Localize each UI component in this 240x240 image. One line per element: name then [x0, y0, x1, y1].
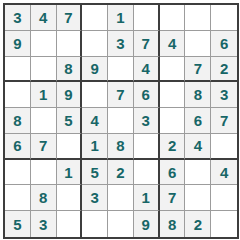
sudoku-cell-r6c4[interactable]: 1	[82, 134, 108, 160]
sudoku-cell-r3c2[interactable]	[31, 57, 57, 83]
sudoku-cell-r3c4[interactable]: 9	[82, 57, 108, 83]
sudoku-cell-r4c2[interactable]: 1	[31, 82, 57, 108]
sudoku-cell-r1c5[interactable]: 1	[108, 5, 134, 31]
sudoku-cell-r1c2[interactable]: 4	[31, 5, 57, 31]
sudoku-cell-r5c9[interactable]: 7	[211, 108, 237, 134]
sudoku-cell-r7c5[interactable]: 2	[108, 160, 134, 186]
sudoku-cell-r6c3[interactable]	[57, 134, 83, 160]
sudoku-cell-r4c9[interactable]: 3	[211, 82, 237, 108]
sudoku-cell-r6c7[interactable]: 2	[160, 134, 186, 160]
sudoku-cell-r2c4[interactable]	[82, 31, 108, 57]
sudoku-cell-r7c7[interactable]: 6	[160, 160, 186, 186]
sudoku-cell-r5c3[interactable]: 5	[57, 108, 83, 134]
sudoku-cell-r5c7[interactable]	[160, 108, 186, 134]
sudoku-cell-r9c2[interactable]: 3	[31, 211, 57, 237]
sudoku-cell-r5c4[interactable]: 4	[82, 108, 108, 134]
sudoku-cell-r2c3[interactable]	[57, 31, 83, 57]
sudoku-cell-r9c9[interactable]	[211, 211, 237, 237]
sudoku-cell-r7c1[interactable]	[5, 160, 31, 186]
sudoku-cell-r1c8[interactable]	[185, 5, 211, 31]
sudoku-cell-r4c5[interactable]: 7	[108, 82, 134, 108]
sudoku-cell-r4c1[interactable]	[5, 82, 31, 108]
sudoku-cell-r8c6[interactable]: 1	[134, 185, 160, 211]
sudoku-cell-r4c8[interactable]: 8	[185, 82, 211, 108]
sudoku-cell-r2c2[interactable]	[31, 31, 57, 57]
sudoku-cell-r8c2[interactable]: 8	[31, 185, 57, 211]
sudoku-cell-r6c5[interactable]: 8	[108, 134, 134, 160]
sudoku-cell-r9c4[interactable]	[82, 211, 108, 237]
sudoku-cell-r9c5[interactable]	[108, 211, 134, 237]
sudoku-cell-r7c3[interactable]: 1	[57, 160, 83, 186]
sudoku-cell-r8c5[interactable]	[108, 185, 134, 211]
sudoku-cell-r8c1[interactable]	[5, 185, 31, 211]
sudoku-cell-r9c3[interactable]	[57, 211, 83, 237]
sudoku-cell-r1c3[interactable]: 7	[57, 5, 83, 31]
sudoku-cell-r6c6[interactable]	[134, 134, 160, 160]
sudoku-cell-r1c1[interactable]: 3	[5, 5, 31, 31]
sudoku-cell-r6c1[interactable]: 6	[5, 134, 31, 160]
sudoku-cell-r3c8[interactable]: 7	[185, 57, 211, 83]
sudoku-cell-r7c2[interactable]	[31, 160, 57, 186]
sudoku-cell-r7c9[interactable]: 4	[211, 160, 237, 186]
sudoku-cell-r3c1[interactable]	[5, 57, 31, 83]
sudoku-cell-r7c6[interactable]	[134, 160, 160, 186]
sudoku-cell-r4c7[interactable]	[160, 82, 186, 108]
sudoku-cell-r1c7[interactable]	[160, 5, 186, 31]
sudoku-cell-r3c9[interactable]: 2	[211, 57, 237, 83]
sudoku-cell-r5c8[interactable]: 6	[185, 108, 211, 134]
sudoku-cell-r6c9[interactable]	[211, 134, 237, 160]
sudoku-cell-r8c8[interactable]	[185, 185, 211, 211]
sudoku-cell-r9c1[interactable]: 5	[5, 211, 31, 237]
sudoku-cell-r1c9[interactable]	[211, 5, 237, 31]
sudoku-cell-r5c5[interactable]	[108, 108, 134, 134]
sudoku-cell-r2c9[interactable]: 6	[211, 31, 237, 57]
sudoku-cell-r5c1[interactable]: 8	[5, 108, 31, 134]
sudoku-cell-r3c5[interactable]	[108, 57, 134, 83]
sudoku-cell-r5c6[interactable]: 3	[134, 108, 160, 134]
sudoku-cell-r9c7[interactable]: 8	[160, 211, 186, 237]
sudoku-cell-r9c8[interactable]: 2	[185, 211, 211, 237]
sudoku-cell-r3c7[interactable]	[160, 57, 186, 83]
sudoku-cell-r8c7[interactable]: 7	[160, 185, 186, 211]
sudoku-cell-r6c8[interactable]: 4	[185, 134, 211, 160]
sudoku-cell-r1c6[interactable]	[134, 5, 160, 31]
sudoku-app: 3471937468947219768385436767182415264831…	[0, 0, 240, 240]
sudoku-cell-r8c3[interactable]	[57, 185, 83, 211]
sudoku-cell-r4c4[interactable]	[82, 82, 108, 108]
sudoku-cell-r6c2[interactable]: 7	[31, 134, 57, 160]
sudoku-cell-r2c1[interactable]: 9	[5, 31, 31, 57]
sudoku-cell-r7c8[interactable]	[185, 160, 211, 186]
sudoku-cell-r9c6[interactable]: 9	[134, 211, 160, 237]
sudoku-cell-r3c6[interactable]: 4	[134, 57, 160, 83]
sudoku-cell-r4c3[interactable]: 9	[57, 82, 83, 108]
sudoku-cell-r1c4[interactable]	[82, 5, 108, 31]
sudoku-cell-r2c7[interactable]: 4	[160, 31, 186, 57]
sudoku-cell-r7c4[interactable]: 5	[82, 160, 108, 186]
sudoku-board: 3471937468947219768385436767182415264831…	[3, 3, 239, 239]
sudoku-cell-r5c2[interactable]	[31, 108, 57, 134]
sudoku-cell-r3c3[interactable]: 8	[57, 57, 83, 83]
sudoku-cell-r8c4[interactable]: 3	[82, 185, 108, 211]
sudoku-cell-r2c6[interactable]: 7	[134, 31, 160, 57]
sudoku-cell-r8c9[interactable]	[211, 185, 237, 211]
sudoku-cell-r2c8[interactable]	[185, 31, 211, 57]
sudoku-cell-r4c6[interactable]: 6	[134, 82, 160, 108]
sudoku-cell-r2c5[interactable]: 3	[108, 31, 134, 57]
